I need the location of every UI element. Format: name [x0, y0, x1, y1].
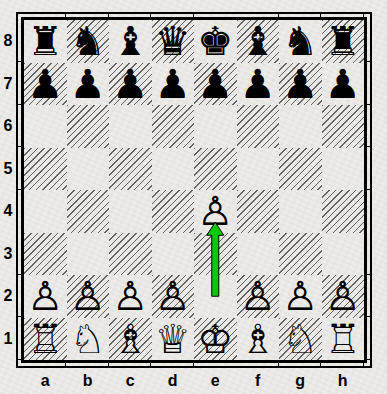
square-f4[interactable] — [237, 190, 280, 233]
rank-labels: 87654321 — [0, 20, 16, 360]
square-h7[interactable]: ♟ — [322, 63, 365, 106]
square-g2[interactable]: ♙ — [279, 275, 322, 318]
rank-label-3: 3 — [0, 233, 16, 276]
square-b4[interactable] — [67, 190, 110, 233]
square-f3[interactable] — [237, 233, 280, 276]
piece-black-knight: ♞ — [282, 20, 318, 63]
square-e2[interactable] — [194, 275, 237, 318]
square-d1[interactable]: ♕ — [152, 318, 195, 361]
piece-white-knight: ♘ — [282, 318, 318, 361]
square-e6[interactable] — [194, 105, 237, 148]
file-label-b: b — [67, 369, 110, 393]
file-label-a: a — [24, 369, 67, 393]
square-e8[interactable]: ♚ — [194, 20, 237, 63]
chess-board: ♜♞♝♛♚♝♞♜♟♟♟♟♟♟♟♟♙♙♙♙♙♙♙♙♖♘♗♕♔♗♘♖ — [24, 20, 364, 360]
rank-label-4: 4 — [0, 190, 16, 233]
square-a8[interactable]: ♜ — [24, 20, 67, 63]
piece-black-pawn: ♟ — [197, 63, 233, 106]
square-b2[interactable]: ♙ — [67, 275, 110, 318]
square-b3[interactable] — [67, 233, 110, 276]
piece-black-bishop: ♝ — [112, 20, 148, 63]
square-h8[interactable]: ♜ — [322, 20, 365, 63]
square-f5[interactable] — [237, 148, 280, 191]
square-h6[interactable] — [322, 105, 365, 148]
rank-label-6: 6 — [0, 105, 16, 148]
piece-black-rook: ♜ — [27, 20, 63, 63]
piece-white-bishop: ♗ — [112, 318, 148, 361]
square-b7[interactable]: ♟ — [67, 63, 110, 106]
square-c3[interactable] — [109, 233, 152, 276]
square-d4[interactable] — [152, 190, 195, 233]
piece-black-knight: ♞ — [70, 20, 106, 63]
piece-black-pawn: ♟ — [155, 63, 191, 106]
rank-label-5: 5 — [0, 148, 16, 191]
square-c1[interactable]: ♗ — [109, 318, 152, 361]
piece-white-rook: ♖ — [27, 318, 63, 361]
square-f6[interactable] — [237, 105, 280, 148]
square-g8[interactable]: ♞ — [279, 20, 322, 63]
rank-label-1: 1 — [0, 318, 16, 361]
square-h1[interactable]: ♖ — [322, 318, 365, 361]
square-f1[interactable]: ♗ — [237, 318, 280, 361]
square-b8[interactable]: ♞ — [67, 20, 110, 63]
rank-label-2: 2 — [0, 275, 16, 318]
piece-black-bishop: ♝ — [240, 20, 276, 63]
square-a2[interactable]: ♙ — [24, 275, 67, 318]
square-a1[interactable]: ♖ — [24, 318, 67, 361]
square-e1[interactable]: ♔ — [194, 318, 237, 361]
square-d8[interactable]: ♛ — [152, 20, 195, 63]
file-labels: abcdefgh — [24, 369, 364, 393]
board-border: ♜♞♝♛♚♝♞♜♟♟♟♟♟♟♟♟♙♙♙♙♙♙♙♙♖♘♗♕♔♗♘♖ — [21, 17, 367, 363]
square-f7[interactable]: ♟ — [237, 63, 280, 106]
square-g7[interactable]: ♟ — [279, 63, 322, 106]
square-h4[interactable] — [322, 190, 365, 233]
piece-black-king: ♚ — [197, 20, 233, 63]
square-c7[interactable]: ♟ — [109, 63, 152, 106]
piece-white-pawn: ♙ — [27, 275, 63, 318]
piece-black-pawn: ♟ — [240, 63, 276, 106]
piece-white-pawn: ♙ — [112, 275, 148, 318]
chess-diagram: 87654321 ♜♞♝♛♚♝♞♜♟♟♟♟♟♟♟♟♙♙♙♙♙♙♙♙♖♘♗♕♔♗♘… — [0, 0, 387, 394]
square-b1[interactable]: ♘ — [67, 318, 110, 361]
piece-white-king: ♔ — [197, 318, 233, 361]
square-f2[interactable]: ♙ — [237, 275, 280, 318]
square-c5[interactable] — [109, 148, 152, 191]
piece-white-pawn: ♙ — [70, 275, 106, 318]
piece-black-rook: ♜ — [325, 20, 361, 63]
square-h2[interactable]: ♙ — [322, 275, 365, 318]
piece-white-rook: ♖ — [325, 318, 361, 361]
square-e7[interactable]: ♟ — [194, 63, 237, 106]
file-label-h: h — [322, 369, 365, 393]
file-label-d: d — [152, 369, 195, 393]
square-h3[interactable] — [322, 233, 365, 276]
square-c6[interactable] — [109, 105, 152, 148]
square-g5[interactable] — [279, 148, 322, 191]
frame-ticks-bottom — [24, 363, 364, 366]
piece-white-pawn: ♙ — [197, 190, 233, 233]
square-d5[interactable] — [152, 148, 195, 191]
square-c4[interactable] — [109, 190, 152, 233]
square-d3[interactable] — [152, 233, 195, 276]
file-label-g: g — [279, 369, 322, 393]
piece-black-pawn: ♟ — [325, 63, 361, 106]
piece-black-pawn: ♟ — [70, 63, 106, 106]
piece-white-queen: ♕ — [155, 318, 191, 361]
piece-black-queen: ♛ — [155, 20, 191, 63]
square-g1[interactable]: ♘ — [279, 318, 322, 361]
square-c2[interactable]: ♙ — [109, 275, 152, 318]
square-f8[interactable]: ♝ — [237, 20, 280, 63]
file-label-e: e — [194, 369, 237, 393]
board-frame: ♜♞♝♛♚♝♞♜♟♟♟♟♟♟♟♟♙♙♙♙♙♙♙♙♖♘♗♕♔♗♘♖ — [16, 12, 372, 368]
piece-white-knight: ♘ — [70, 318, 106, 361]
square-h5[interactable] — [322, 148, 365, 191]
square-c8[interactable]: ♝ — [109, 20, 152, 63]
rank-label-8: 8 — [0, 20, 16, 63]
square-d2[interactable]: ♙ — [152, 275, 195, 318]
square-a5[interactable] — [24, 148, 67, 191]
frame-ticks-right — [367, 20, 370, 360]
square-g4[interactable] — [279, 190, 322, 233]
square-a4[interactable] — [24, 190, 67, 233]
piece-black-pawn: ♟ — [112, 63, 148, 106]
square-g6[interactable] — [279, 105, 322, 148]
file-label-f: f — [237, 369, 280, 393]
piece-black-pawn: ♟ — [282, 63, 318, 106]
rank-label-7: 7 — [0, 63, 16, 106]
piece-white-pawn: ♙ — [325, 275, 361, 318]
square-a7[interactable]: ♟ — [24, 63, 67, 106]
square-g3[interactable] — [279, 233, 322, 276]
square-e3[interactable] — [194, 233, 237, 276]
square-b6[interactable] — [67, 105, 110, 148]
square-a3[interactable] — [24, 233, 67, 276]
piece-white-pawn: ♙ — [155, 275, 191, 318]
piece-black-pawn: ♟ — [27, 63, 63, 106]
square-e5[interactable] — [194, 148, 237, 191]
square-b5[interactable] — [67, 148, 110, 191]
piece-white-pawn: ♙ — [240, 275, 276, 318]
piece-white-pawn: ♙ — [282, 275, 318, 318]
square-d7[interactable]: ♟ — [152, 63, 195, 106]
square-a6[interactable] — [24, 105, 67, 148]
piece-white-bishop: ♗ — [240, 318, 276, 361]
square-d6[interactable] — [152, 105, 195, 148]
file-label-c: c — [109, 369, 152, 393]
square-e4[interactable]: ♙ — [194, 190, 237, 233]
